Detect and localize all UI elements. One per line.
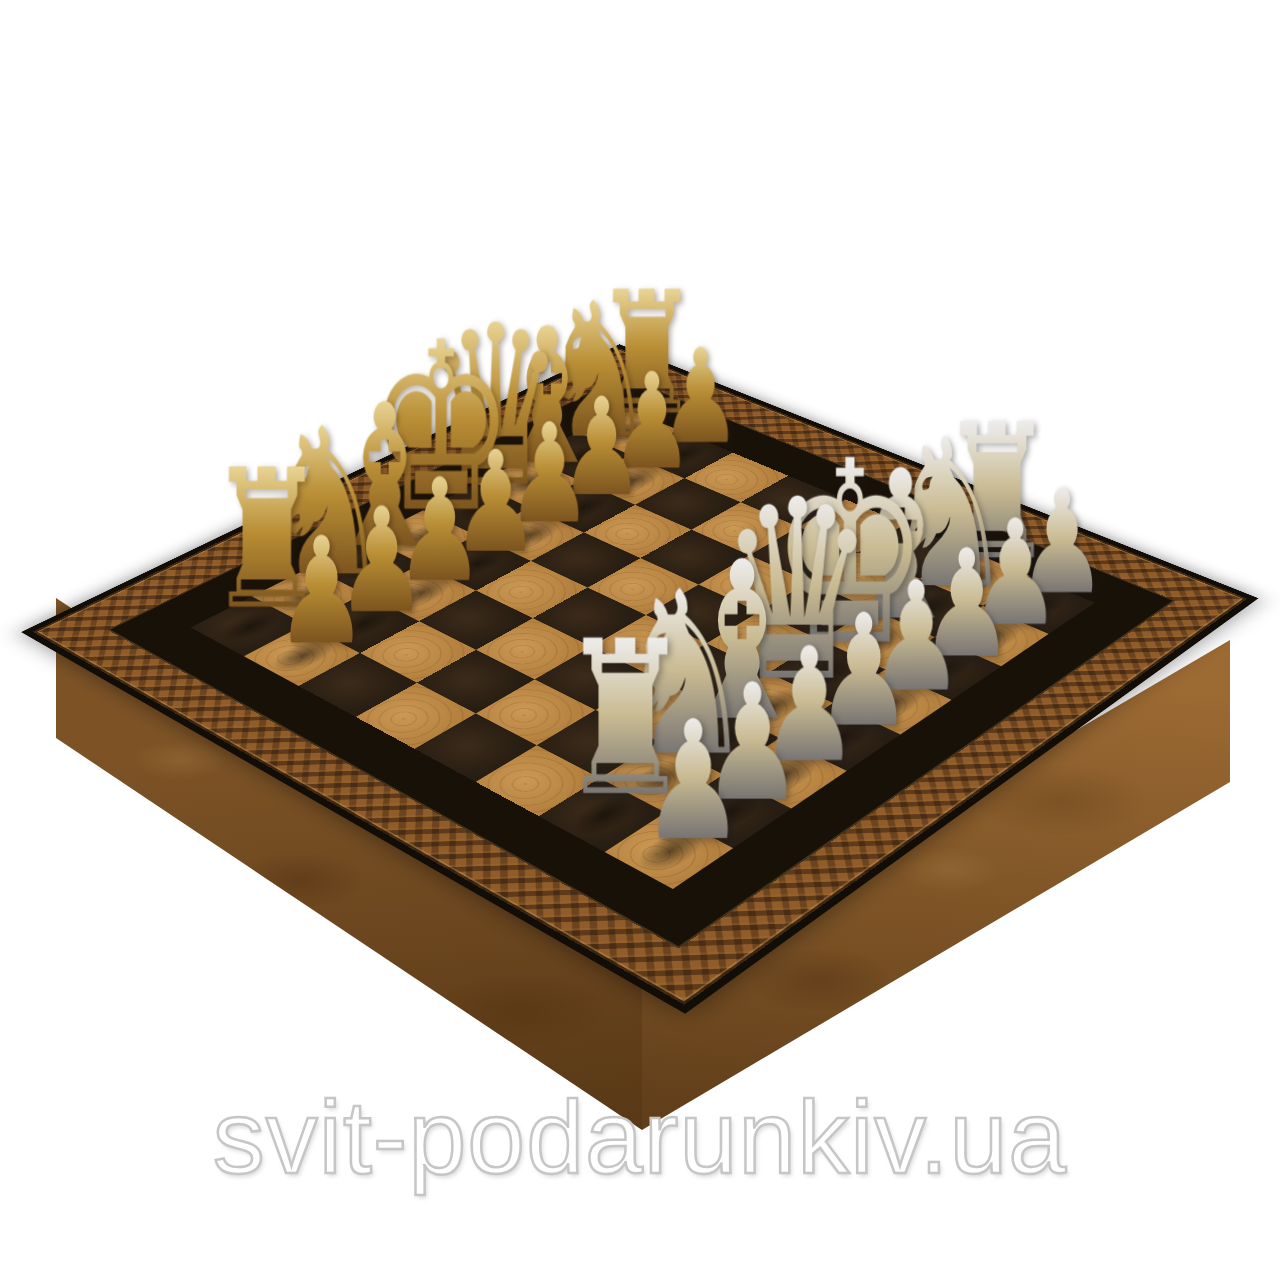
- silver-pawn[interactable]: ♟: [641, 698, 745, 862]
- carved-edge-trim: ♜♞♝♚♛♝♞♜♟♟♟♟♟♟♟♟♜♞♝♛♚♝♞♜♟♟♟♟♟♟♟♟: [21, 344, 1258, 1014]
- leather-map-border: ♜♞♝♚♛♝♞♜♟♟♟♟♟♟♟♟♜♞♝♛♚♝♞♜♟♟♟♟♟♟♟♟: [33, 348, 1248, 1004]
- watermark-text: svit-podarunkiv.ua: [0, 1078, 1280, 1197]
- gold-pawn[interactable]: ♟: [275, 517, 368, 665]
- photo-stage: ♜♞♝♚♛♝♞♜♟♟♟♟♟♟♟♟♜♞♝♛♚♝♞♜♟♟♟♟♟♟♟♟ svit-po…: [0, 0, 1280, 1280]
- chessboard-grid: ♜♞♝♚♛♝♞♜♟♟♟♟♟♟♟♟♜♞♝♛♚♝♞♜♟♟♟♟♟♟♟♟: [191, 408, 1095, 889]
- chessboard-box-top: ♜♞♝♚♛♝♞♜♟♟♟♟♟♟♟♟♜♞♝♛♚♝♞♜♟♟♟♟♟♟♟♟: [21, 344, 1258, 1014]
- piece-anchor: ♜: [170, 585, 266, 636]
- inner-black-band: ♜♞♝♚♛♝♞♜♟♟♟♟♟♟♟♟♜♞♝♛♚♝♞♜♟♟♟♟♟♟♟♟: [107, 376, 1175, 948]
